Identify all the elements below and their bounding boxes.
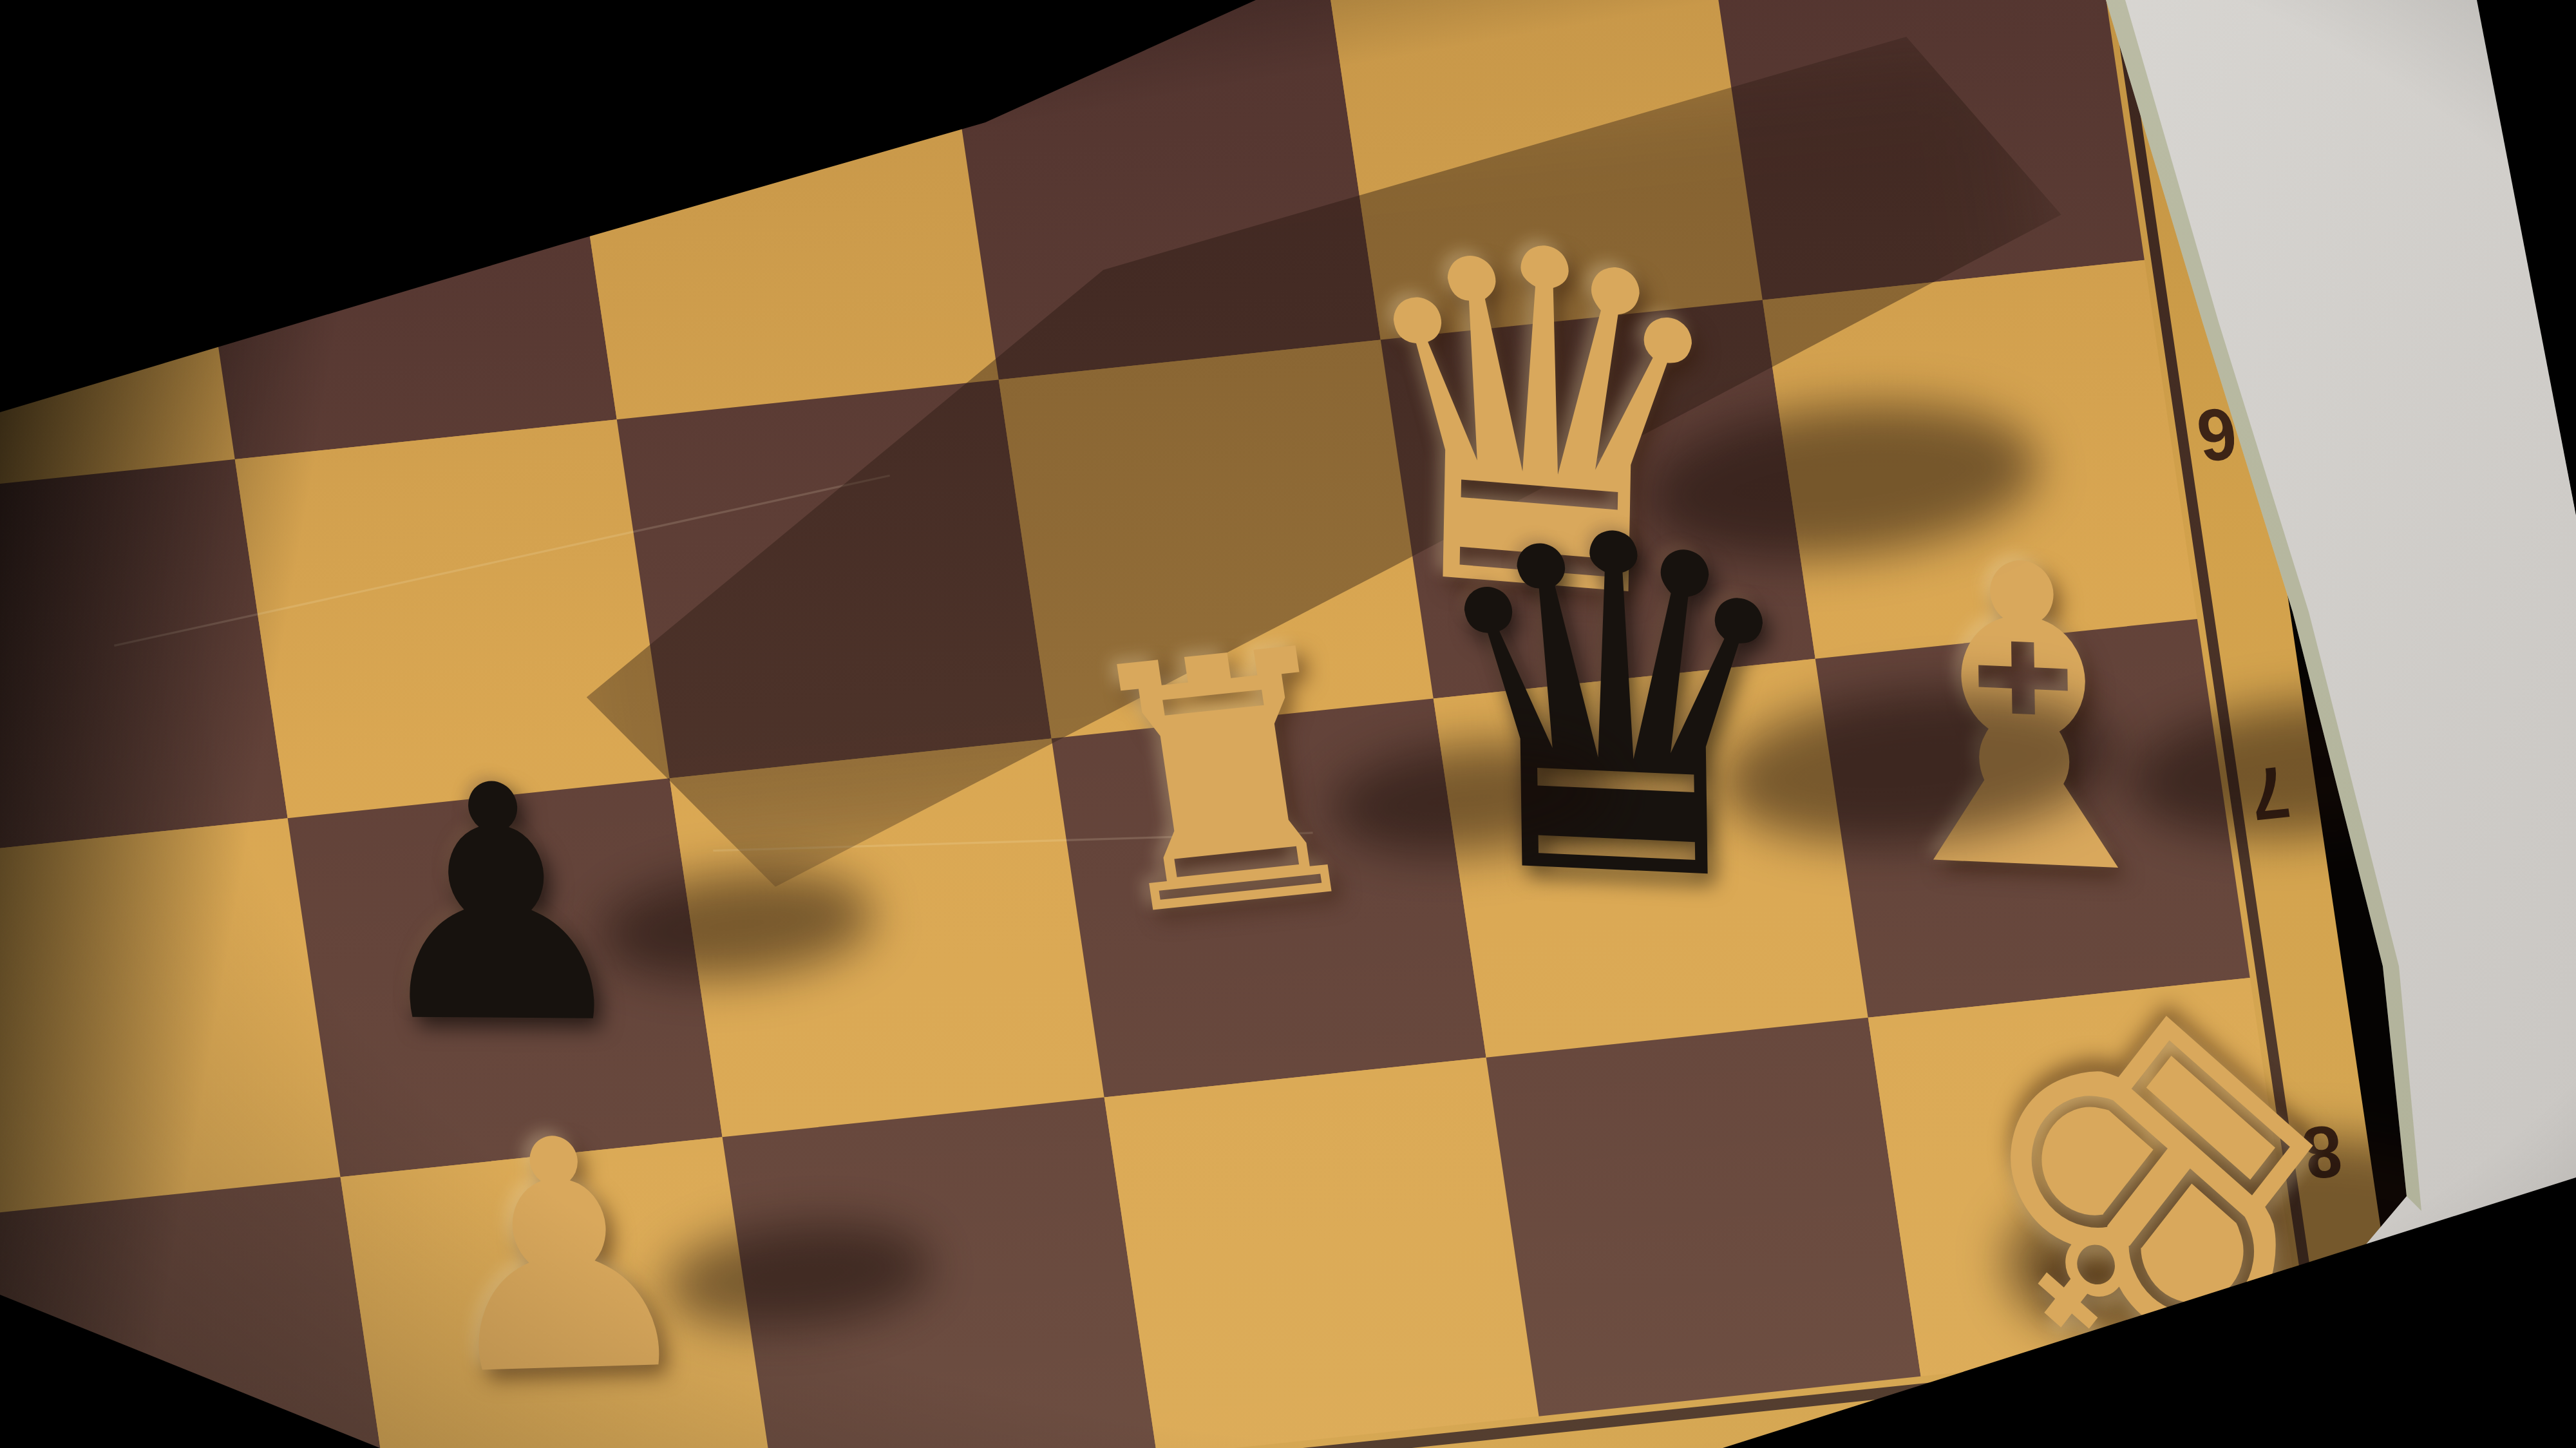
- white-rook[interactable]: ♜: [1058, 601, 1392, 967]
- square-f7[interactable]: [0, 818, 341, 1217]
- white-pawn[interactable]: ♟: [415, 1095, 709, 1420]
- rank-label-7: 7: [2220, 743, 2319, 843]
- square-c5[interactable]: [946, 0, 1381, 379]
- square-d6[interactable]: [617, 379, 1052, 778]
- rank-label-5: 5: [2115, 26, 2214, 126]
- chess-board: 5678♝♚♛♛♜♟♟: [0, 0, 2410, 1448]
- square-e5[interactable]: [182, 61, 617, 459]
- black-pawn[interactable]: ♟: [352, 743, 643, 1069]
- square-d8[interactable]: [723, 1098, 1157, 1448]
- photo-scene: 5678♝♚♛♛♜♟♟: [0, 0, 2576, 1448]
- white-bishop[interactable]: ♝: [1844, 505, 2203, 936]
- square-d7[interactable]: [670, 738, 1104, 1137]
- square-d5[interactable]: [564, 21, 999, 419]
- square-f8[interactable]: [0, 1177, 393, 1448]
- square-c8[interactable]: [1104, 1058, 1539, 1448]
- rank-label-6: 6: [2168, 385, 2267, 484]
- square-a5[interactable]: [1710, 0, 2145, 300]
- black-queen[interactable]: ♛: [1414, 468, 1816, 950]
- square-b8[interactable]: [1486, 1018, 1921, 1416]
